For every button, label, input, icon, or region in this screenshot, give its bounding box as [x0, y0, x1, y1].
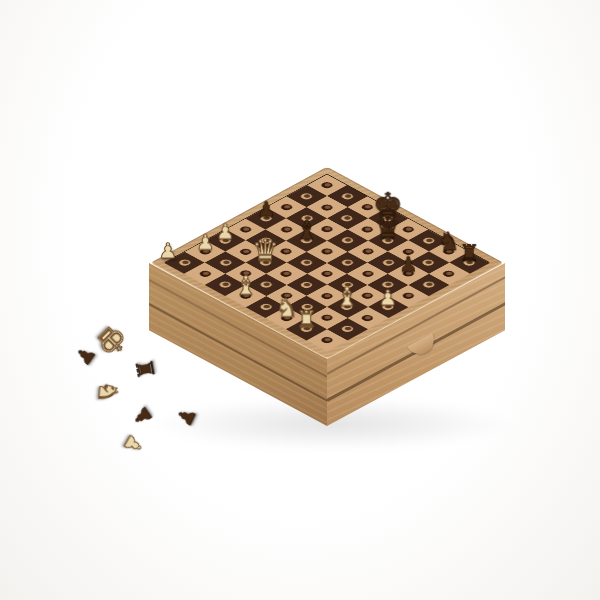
peg-hole	[360, 314, 376, 322]
peg-hole	[340, 192, 356, 200]
piece-dark-queen: ♛	[375, 213, 402, 243]
piece-light-queen: ♛	[253, 236, 280, 266]
piece-light-knight: ♞	[275, 295, 297, 320]
peg-hole	[401, 292, 417, 300]
peg-hole	[319, 225, 335, 233]
peg-hole	[319, 314, 335, 322]
piece-light-pawn: ♟	[379, 288, 398, 309]
peg-hole	[421, 258, 437, 266]
peg-hole	[279, 203, 295, 211]
peg-hole	[177, 258, 193, 266]
loose-piece-light-knight: ♞	[95, 380, 122, 405]
piece-light-bishop: ♝	[234, 272, 257, 298]
piece-light-bishop: ♝	[336, 284, 359, 310]
peg-hole	[319, 292, 335, 300]
peg-hole	[258, 281, 274, 289]
peg-hole	[421, 281, 437, 289]
peg-hole	[197, 269, 213, 277]
peg-hole	[299, 281, 315, 289]
peg-hole	[218, 258, 234, 266]
square-g6: ♟	[388, 263, 429, 285]
peg-hole	[340, 258, 356, 266]
piece-light-pawn: ♟	[216, 222, 235, 243]
peg-hole	[258, 303, 274, 311]
peg-hole	[279, 225, 295, 233]
piece-light-pawn: ♟	[196, 233, 215, 254]
peg-hole	[299, 192, 315, 200]
piece-dark-pawn: ♟	[257, 199, 276, 220]
peg-hole	[319, 181, 335, 189]
loose-piece-dark-rook: ♜	[133, 357, 159, 381]
peg-hole	[319, 247, 335, 255]
piece-dark-bishop: ♝	[295, 217, 318, 243]
peg-hole	[380, 258, 396, 266]
peg-hole	[441, 269, 457, 277]
piece-dark-rook: ♜	[459, 242, 480, 265]
loose-piece-light-pawn: ♟	[159, 241, 178, 262]
peg-hole	[279, 269, 295, 277]
product-photo-canvas: ♚♞♜♛♟♟♝♟♟♛♝♟♝♞♜ ♟♟♚♜♞♟♟♟	[0, 0, 600, 600]
peg-hole	[279, 247, 295, 255]
peg-hole	[319, 336, 335, 344]
peg-hole	[340, 236, 356, 244]
peg-hole	[360, 292, 376, 300]
peg-hole	[401, 225, 417, 233]
peg-hole	[340, 214, 356, 222]
peg-hole	[360, 225, 376, 233]
piece-dark-knight: ♞	[438, 229, 460, 254]
peg-hole	[299, 258, 315, 266]
peg-hole	[218, 281, 234, 289]
peg-hole	[340, 325, 356, 333]
peg-hole	[360, 269, 376, 277]
peg-hole	[421, 236, 437, 244]
peg-hole	[319, 203, 335, 211]
piece-dark-pawn: ♟	[399, 255, 418, 276]
piece-light-rook: ♜	[296, 308, 317, 331]
peg-hole	[319, 269, 335, 277]
loose-piece-light-pawn: ♟	[119, 431, 147, 458]
peg-hole	[360, 247, 376, 255]
